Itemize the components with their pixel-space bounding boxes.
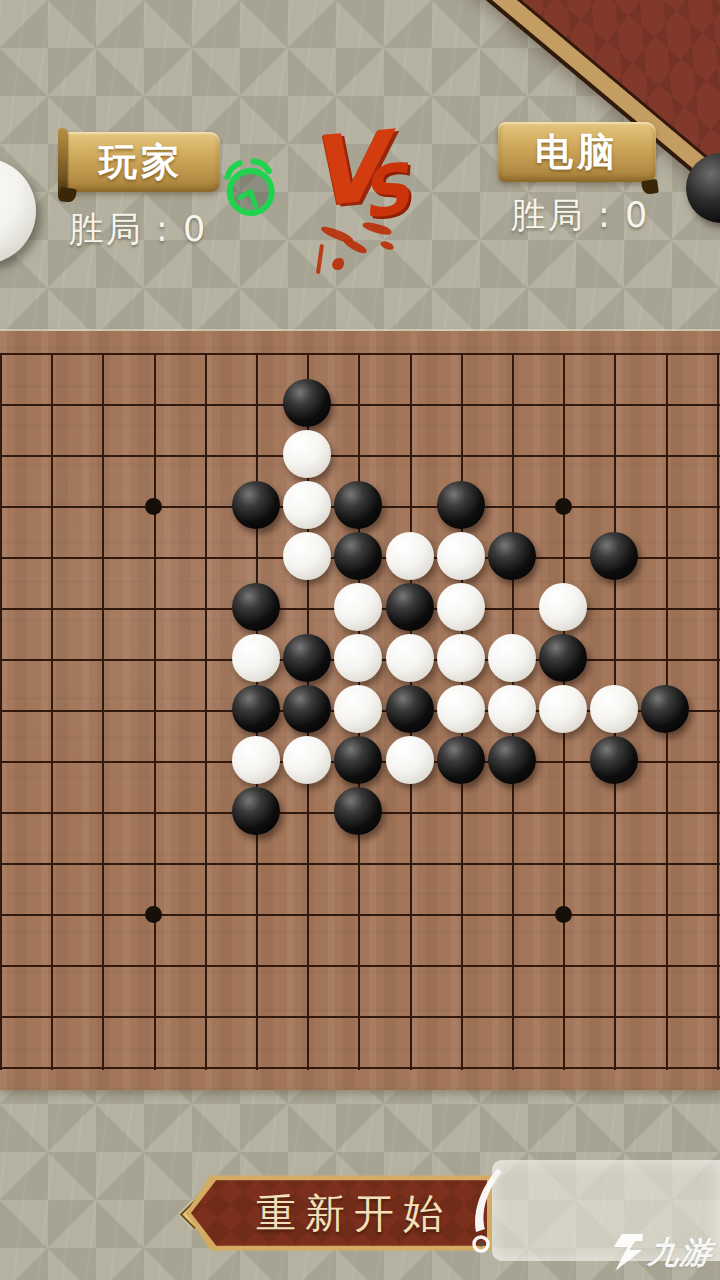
white-stone — [283, 532, 331, 580]
black-stone — [437, 481, 485, 529]
board-intersection[interactable] — [282, 787, 333, 838]
board-intersection[interactable] — [282, 634, 333, 685]
board-intersection[interactable] — [435, 889, 486, 940]
board-intersection[interactable] — [384, 430, 435, 481]
ink-splatter — [379, 239, 395, 251]
board-intersection[interactable] — [26, 1042, 77, 1093]
board-intersection[interactable] — [230, 787, 281, 838]
white-stone — [539, 685, 587, 733]
board-intersection[interactable] — [230, 940, 281, 991]
board-intersection[interactable] — [128, 1042, 179, 1093]
board-intersection[interactable] — [384, 787, 435, 838]
star-point — [145, 498, 162, 515]
board-intersection[interactable] — [77, 379, 128, 430]
board-intersection[interactable] — [589, 685, 640, 736]
board-intersection[interactable] — [179, 481, 230, 532]
board-intersection[interactable] — [589, 583, 640, 634]
board-intersection[interactable] — [282, 481, 333, 532]
board-intersection[interactable] — [26, 838, 77, 889]
board-intersection[interactable] — [384, 838, 435, 889]
board-intersection[interactable] — [640, 940, 691, 991]
white-stone — [437, 685, 485, 733]
computer-banner: 电脑 — [498, 122, 656, 182]
board-intersection[interactable] — [435, 328, 486, 379]
board-intersection[interactable] — [128, 889, 179, 940]
white-stone — [283, 736, 331, 784]
board-intersection[interactable] — [537, 889, 588, 940]
board-intersection[interactable] — [179, 634, 230, 685]
board-intersection[interactable] — [26, 889, 77, 940]
board-intersection[interactable] — [179, 532, 230, 583]
board-intersection[interactable] — [0, 328, 26, 379]
star-point — [555, 906, 572, 923]
board-intersection[interactable] — [333, 736, 384, 787]
board-intersection[interactable] — [282, 991, 333, 1042]
board-intersection[interactable] — [640, 1042, 691, 1093]
board-intersection[interactable] — [589, 838, 640, 889]
board-intersection[interactable] — [486, 685, 537, 736]
watermark-text: 九游 — [646, 1232, 714, 1274]
board-intersection[interactable] — [384, 940, 435, 991]
board-intersection[interactable] — [0, 736, 26, 787]
board-intersection[interactable] — [589, 481, 640, 532]
board-intersection[interactable] — [179, 889, 230, 940]
player-name-label: 玩家 — [99, 137, 183, 188]
white-stone — [334, 634, 382, 682]
board-intersection[interactable] — [384, 1042, 435, 1093]
board-intersection[interactable] — [230, 430, 281, 481]
board-intersection[interactable] — [0, 889, 26, 940]
board-intersection[interactable] — [537, 583, 588, 634]
board-intersection[interactable] — [0, 940, 26, 991]
board-intersection[interactable] — [691, 532, 720, 583]
board-intersection[interactable] — [0, 532, 26, 583]
white-stone — [232, 736, 280, 784]
board-intersection[interactable] — [435, 430, 486, 481]
black-stone — [334, 787, 382, 835]
restart-button-face: 重新开始 — [191, 1179, 487, 1247]
player-score-label: 胜局 : 0 — [48, 206, 228, 253]
board-intersection[interactable] — [0, 685, 26, 736]
restart-button-label: 重新开始 — [226, 1186, 452, 1241]
board-intersection[interactable] — [384, 481, 435, 532]
board-intersection[interactable] — [26, 481, 77, 532]
board-intersection[interactable] — [0, 787, 26, 838]
board-intersection[interactable] — [282, 736, 333, 787]
board-intersection[interactable] — [179, 940, 230, 991]
black-stone — [386, 685, 434, 733]
alarm-clock-icon — [215, 148, 284, 226]
board-intersection[interactable] — [640, 583, 691, 634]
board-intersection[interactable] — [77, 532, 128, 583]
board-intersection[interactable] — [77, 634, 128, 685]
board-intersection[interactable] — [384, 379, 435, 430]
board-intersection[interactable] — [691, 634, 720, 685]
board-intersection[interactable] — [589, 532, 640, 583]
board-intersection[interactable] — [26, 532, 77, 583]
board-intersection[interactable] — [640, 889, 691, 940]
star-point — [555, 498, 572, 515]
board-intersection[interactable] — [230, 328, 281, 379]
board-intersection[interactable] — [435, 991, 486, 1042]
black-stone — [232, 481, 280, 529]
board-intersection[interactable] — [486, 532, 537, 583]
board-intersection[interactable] — [691, 430, 720, 481]
board-intersection[interactable] — [333, 634, 384, 685]
board-intersection[interactable] — [486, 430, 537, 481]
board-intersection[interactable] — [128, 379, 179, 430]
board-intersection[interactable] — [282, 838, 333, 889]
white-stone — [488, 634, 536, 682]
board-intersection[interactable] — [384, 583, 435, 634]
board-intersection[interactable] — [435, 481, 486, 532]
board-intersection[interactable] — [691, 481, 720, 532]
board-intersection[interactable] — [26, 940, 77, 991]
board-intersection[interactable] — [486, 634, 537, 685]
white-stone — [386, 634, 434, 682]
board-intersection[interactable] — [486, 991, 537, 1042]
board-intersection[interactable] — [486, 379, 537, 430]
board-intersection[interactable] — [0, 991, 26, 1042]
board-intersection[interactable] — [179, 583, 230, 634]
gomoku-game-screen: 玩家 胜局 : 0 V S 电脑 胜局 : 0 重新开始 — [0, 0, 720, 1280]
board-intersection[interactable] — [537, 1042, 588, 1093]
black-stone — [539, 634, 587, 682]
board-intersection[interactable] — [26, 787, 77, 838]
board-intersection[interactable] — [384, 889, 435, 940]
board-intersection[interactable] — [179, 787, 230, 838]
board-intersection[interactable] — [384, 532, 435, 583]
ink-splatter — [332, 258, 344, 270]
board-intersection[interactable] — [691, 583, 720, 634]
board-intersection[interactable] — [537, 736, 588, 787]
board-intersection[interactable] — [26, 634, 77, 685]
board-intersection[interactable] — [230, 838, 281, 889]
black-stone — [334, 736, 382, 784]
board-intersection[interactable] — [486, 940, 537, 991]
board-intersection[interactable] — [333, 583, 384, 634]
ink-splatter — [342, 236, 369, 256]
board-intersection[interactable] — [435, 583, 486, 634]
board-intersection[interactable] — [691, 940, 720, 991]
black-stone — [283, 685, 331, 733]
board-intersection[interactable] — [26, 991, 77, 1042]
board-intersection[interactable] — [77, 685, 128, 736]
board-intersection[interactable] — [486, 838, 537, 889]
board-intersection[interactable] — [537, 481, 588, 532]
board-intersection[interactable] — [691, 889, 720, 940]
board-intersection[interactable] — [282, 328, 333, 379]
board-intersection[interactable] — [640, 481, 691, 532]
computer-score-label: 胜局 : 0 — [490, 192, 670, 239]
board-intersection[interactable] — [691, 1042, 720, 1093]
board-intersection[interactable] — [77, 328, 128, 379]
board-intersection[interactable] — [128, 787, 179, 838]
board-intersection[interactable] — [537, 532, 588, 583]
restart-button[interactable]: 重新开始 — [186, 1174, 492, 1252]
white-stone — [437, 583, 485, 631]
board-intersection[interactable] — [589, 889, 640, 940]
board-intersection[interactable] — [26, 736, 77, 787]
board-intersection[interactable] — [486, 328, 537, 379]
board-intersection[interactable] — [77, 736, 128, 787]
board-intersection[interactable] — [128, 430, 179, 481]
board-intersection[interactable] — [333, 991, 384, 1042]
board-intersection[interactable] — [77, 1042, 128, 1093]
board-intersection[interactable] — [691, 685, 720, 736]
white-stone — [488, 685, 536, 733]
board-intersection[interactable] — [230, 991, 281, 1042]
board-intersection[interactable] — [537, 838, 588, 889]
board-intersection[interactable] — [333, 379, 384, 430]
black-stone — [488, 736, 536, 784]
board-intersection[interactable] — [282, 583, 333, 634]
board-intersection[interactable] — [691, 838, 720, 889]
board-intersection[interactable] — [26, 379, 77, 430]
board-intersection[interactable] — [128, 991, 179, 1042]
board-intersection[interactable] — [0, 430, 26, 481]
board-intersection[interactable] — [77, 940, 128, 991]
board-intersection[interactable] — [282, 889, 333, 940]
white-stone — [334, 685, 382, 733]
gomoku-board[interactable] — [0, 331, 720, 1090]
board-intersection[interactable] — [691, 787, 720, 838]
board-intersection[interactable] — [589, 940, 640, 991]
board-intersection[interactable] — [333, 1042, 384, 1093]
board-intersection[interactable] — [128, 940, 179, 991]
board-intersection[interactable] — [537, 379, 588, 430]
black-stone — [232, 787, 280, 835]
board-intersection[interactable] — [0, 583, 26, 634]
board-intersection[interactable] — [0, 838, 26, 889]
board-intersection[interactable] — [486, 1042, 537, 1093]
board-intersection[interactable] — [179, 1042, 230, 1093]
board-intersection[interactable] — [282, 379, 333, 430]
board-intersection[interactable] — [26, 430, 77, 481]
board-intersection[interactable] — [128, 583, 179, 634]
board-intersection[interactable] — [26, 583, 77, 634]
board-intersection[interactable] — [77, 583, 128, 634]
board-intersection[interactable] — [435, 838, 486, 889]
board-intersection[interactable] — [384, 736, 435, 787]
board-intersection[interactable] — [640, 634, 691, 685]
board-intersection[interactable] — [128, 481, 179, 532]
banner-curl-decoration — [59, 187, 77, 203]
white-stone — [437, 532, 485, 580]
board-intersection[interactable] — [179, 685, 230, 736]
board-intersection[interactable] — [128, 838, 179, 889]
white-stone — [334, 583, 382, 631]
board-intersection[interactable] — [230, 634, 281, 685]
board-intersection[interactable] — [589, 787, 640, 838]
black-stone — [334, 532, 382, 580]
board-intersection[interactable] — [0, 379, 26, 430]
black-stone — [283, 379, 331, 427]
board-intersection[interactable] — [537, 634, 588, 685]
board-intersection[interactable] — [589, 379, 640, 430]
board-intersection[interactable] — [0, 634, 26, 685]
board-intersection[interactable] — [230, 685, 281, 736]
board-intersection[interactable] — [179, 838, 230, 889]
board-intersection[interactable] — [77, 430, 128, 481]
board-intersection[interactable] — [333, 787, 384, 838]
board-intersection[interactable] — [384, 685, 435, 736]
board-intersection[interactable] — [537, 940, 588, 991]
black-stone — [437, 736, 485, 784]
board-intersection[interactable] — [435, 787, 486, 838]
board-intersection[interactable] — [537, 787, 588, 838]
board-intersection[interactable] — [128, 736, 179, 787]
board-intersection[interactable] — [486, 787, 537, 838]
board-intersection[interactable] — [640, 991, 691, 1042]
vs-graphic: V S — [302, 112, 422, 282]
board-intersection[interactable] — [333, 838, 384, 889]
board-intersection[interactable] — [640, 532, 691, 583]
board-intersection[interactable] — [537, 328, 588, 379]
black-stone — [232, 685, 280, 733]
board-intersection[interactable] — [282, 532, 333, 583]
board-intersection[interactable] — [333, 940, 384, 991]
board-intersection[interactable] — [230, 889, 281, 940]
board-intersection[interactable] — [640, 838, 691, 889]
white-stone — [283, 430, 331, 478]
board-intersection[interactable] — [179, 736, 230, 787]
board-intersection[interactable] — [179, 991, 230, 1042]
board-intersection[interactable] — [384, 634, 435, 685]
board-intersection[interactable] — [435, 736, 486, 787]
board-intersection[interactable] — [179, 379, 230, 430]
jiuyou-watermark: 九游 — [606, 1232, 714, 1274]
black-stone — [590, 532, 638, 580]
board-intersection[interactable] — [435, 379, 486, 430]
board-intersection[interactable] — [230, 481, 281, 532]
board-intersection[interactable] — [537, 685, 588, 736]
board-intersection[interactable] — [230, 1042, 281, 1093]
board-intersection[interactable] — [486, 481, 537, 532]
board-intersection[interactable] — [435, 1042, 486, 1093]
board-intersection[interactable] — [333, 481, 384, 532]
board-intersection[interactable] — [486, 583, 537, 634]
board-intersection[interactable] — [77, 838, 128, 889]
board-intersection[interactable] — [691, 991, 720, 1042]
board-intersection[interactable] — [282, 940, 333, 991]
board-intersection[interactable] — [26, 328, 77, 379]
board-intersection[interactable] — [230, 583, 281, 634]
board-intersection[interactable] — [435, 940, 486, 991]
board-intersection[interactable] — [282, 685, 333, 736]
board-intersection[interactable] — [333, 328, 384, 379]
board-intersection[interactable] — [77, 481, 128, 532]
board-intersection[interactable] — [537, 991, 588, 1042]
black-stone — [334, 481, 382, 529]
board-intersection[interactable] — [691, 379, 720, 430]
board-intersection[interactable] — [589, 736, 640, 787]
board-intersection[interactable] — [230, 736, 281, 787]
board-intersection[interactable] — [179, 430, 230, 481]
board-intersection[interactable] — [384, 991, 435, 1042]
board-intersection[interactable] — [128, 634, 179, 685]
board-intersection[interactable] — [589, 1042, 640, 1093]
white-stone — [590, 685, 638, 733]
board-intersection[interactable] — [0, 1042, 26, 1093]
board-intersection[interactable] — [333, 685, 384, 736]
board-intersection[interactable] — [691, 736, 720, 787]
board-intersection[interactable] — [537, 430, 588, 481]
white-stone — [232, 634, 280, 682]
board-intersection[interactable] — [640, 430, 691, 481]
board-intersection[interactable] — [589, 634, 640, 685]
black-stone — [488, 532, 536, 580]
black-stone — [232, 583, 280, 631]
board-intersection[interactable] — [128, 328, 179, 379]
black-stone — [386, 583, 434, 631]
board-intersection[interactable] — [435, 634, 486, 685]
board-intersection[interactable] — [77, 787, 128, 838]
board-intersection[interactable] — [333, 889, 384, 940]
board-intersection[interactable] — [282, 1042, 333, 1093]
board-intersection[interactable] — [128, 532, 179, 583]
board-intersection[interactable] — [589, 430, 640, 481]
board-intersection[interactable] — [640, 685, 691, 736]
star-point — [145, 906, 162, 923]
board-grid — [0, 328, 720, 1093]
board-intersection[interactable] — [640, 379, 691, 430]
board-intersection[interactable] — [77, 889, 128, 940]
board-intersection[interactable] — [486, 889, 537, 940]
board-intersection[interactable] — [333, 532, 384, 583]
board-intersection[interactable] — [486, 736, 537, 787]
board-intersection[interactable] — [179, 328, 230, 379]
white-stone — [283, 481, 331, 529]
black-stone — [641, 685, 689, 733]
decorative-white-stone — [0, 158, 36, 264]
board-intersection[interactable] — [640, 328, 691, 379]
board-intersection[interactable] — [77, 991, 128, 1042]
board-intersection[interactable] — [640, 787, 691, 838]
ink-splatter — [316, 244, 324, 274]
white-stone — [437, 634, 485, 682]
white-stone — [539, 583, 587, 631]
board-intersection[interactable] — [435, 532, 486, 583]
board-intersection[interactable] — [230, 379, 281, 430]
player-banner: 玩家 — [62, 132, 220, 192]
board-intersection[interactable] — [128, 685, 179, 736]
board-intersection[interactable] — [26, 685, 77, 736]
board-intersection[interactable] — [589, 328, 640, 379]
board-intersection[interactable] — [384, 328, 435, 379]
white-stone — [386, 532, 434, 580]
board-intersection[interactable] — [333, 430, 384, 481]
black-stone — [590, 736, 638, 784]
computer-name-label: 电脑 — [535, 127, 619, 178]
board-intersection[interactable] — [230, 532, 281, 583]
board-intersection[interactable] — [282, 430, 333, 481]
board-intersection[interactable] — [640, 736, 691, 787]
board-intersection[interactable] — [691, 328, 720, 379]
board-intersection[interactable] — [435, 685, 486, 736]
jiuyou-logo-icon — [606, 1233, 646, 1273]
board-intersection[interactable] — [589, 991, 640, 1042]
board-intersection[interactable] — [0, 481, 26, 532]
black-stone — [283, 634, 331, 682]
white-stone — [386, 736, 434, 784]
